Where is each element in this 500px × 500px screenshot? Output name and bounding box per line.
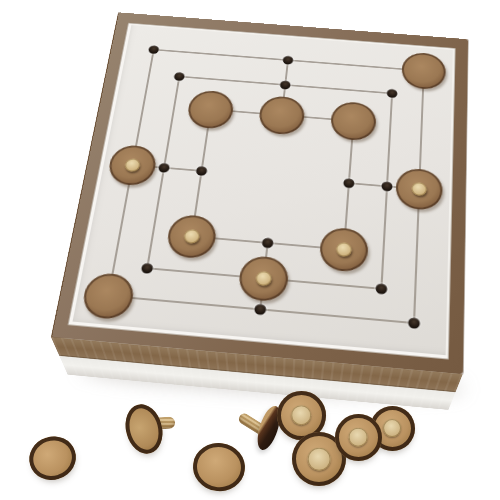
peg-knob-icon: [336, 242, 353, 257]
loose-piece-8[interactable]: [335, 414, 382, 461]
peg-knob-icon: [255, 271, 272, 287]
point-a1[interactable]: [101, 290, 116, 303]
peg-knob-icon: [183, 229, 200, 244]
board-hole: [282, 56, 293, 65]
board-hole: [158, 163, 170, 173]
piece-peg[interactable]: [106, 144, 158, 187]
point-e5[interactable]: [347, 116, 359, 127]
board-hole: [387, 89, 398, 99]
board-hole: [261, 237, 273, 248]
piece-flat[interactable]: [186, 89, 236, 130]
point-d7[interactable]: [282, 55, 294, 65]
point-g1[interactable]: [407, 317, 420, 330]
peg-knob-icon: [348, 427, 368, 447]
peg-knob-icon: [308, 448, 331, 471]
board-hole: [254, 303, 267, 315]
point-e4[interactable]: [342, 177, 355, 188]
point-b6[interactable]: [173, 71, 186, 81]
peg-knob-icon: [411, 182, 427, 196]
point-g4[interactable]: [413, 183, 425, 194]
point-g7[interactable]: [418, 66, 430, 76]
point-c4[interactable]: [195, 165, 208, 176]
point-d1[interactable]: [253, 303, 267, 316]
peg-knob-icon: [291, 405, 312, 426]
board-top: [51, 12, 468, 374]
board-hole: [148, 45, 160, 54]
loose-piece-1[interactable]: [22, 428, 81, 487]
board-box: [51, 12, 468, 374]
point-f6[interactable]: [386, 88, 398, 98]
point-d3[interactable]: [261, 237, 275, 249]
piece-peg[interactable]: [395, 167, 443, 211]
board-hole: [381, 181, 393, 191]
loose-piece-2[interactable]: [114, 399, 175, 460]
point-a7[interactable]: [147, 45, 160, 55]
board-hole: [343, 178, 355, 188]
point-c5[interactable]: [204, 104, 217, 115]
board-hole: [408, 317, 420, 329]
peg-knob-icon: [124, 158, 141, 172]
piece-flat[interactable]: [257, 95, 306, 136]
board-hole: [141, 263, 154, 274]
piece-peg[interactable]: [318, 226, 369, 273]
board-hole: [173, 72, 185, 81]
board-points-grid: [51, 12, 468, 374]
piece-peg[interactable]: [237, 255, 290, 303]
peg-knob-icon: [383, 419, 402, 438]
board-hole: [195, 166, 207, 176]
loose-piece-3[interactable]: [190, 438, 249, 497]
point-a4[interactable]: [126, 160, 140, 171]
disc-face: [120, 400, 167, 457]
point-d2[interactable]: [257, 272, 271, 285]
point-f2[interactable]: [375, 282, 388, 295]
board-hole: [375, 283, 387, 295]
piece-peg[interactable]: [165, 214, 218, 260]
piece-flat[interactable]: [401, 52, 446, 91]
point-b4[interactable]: [157, 162, 171, 173]
photo-canvas: [0, 0, 500, 500]
point-e3[interactable]: [337, 243, 350, 255]
point-d6[interactable]: [279, 80, 291, 90]
board-scene: [85, 0, 465, 367]
point-b2[interactable]: [140, 262, 154, 274]
point-c3[interactable]: [185, 230, 199, 242]
point-d5[interactable]: [276, 110, 289, 121]
point-f4[interactable]: [381, 181, 394, 192]
disc-face: [23, 430, 81, 486]
board-hole: [280, 80, 291, 89]
piece-flat[interactable]: [330, 101, 377, 142]
disc-face: [190, 440, 248, 495]
piece-flat[interactable]: [80, 272, 136, 321]
